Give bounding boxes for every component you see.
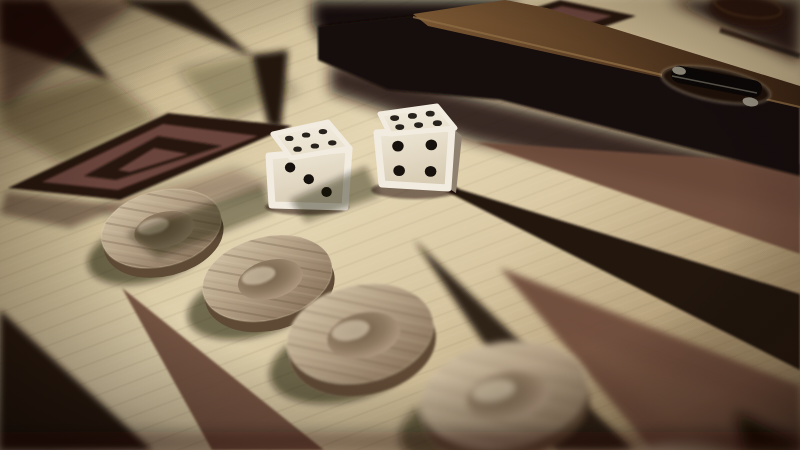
backgammon-photo-scene (0, 0, 800, 450)
scene-svg (0, 0, 800, 450)
vignette (0, 0, 800, 450)
bottom-edge-shade (0, 432, 800, 450)
